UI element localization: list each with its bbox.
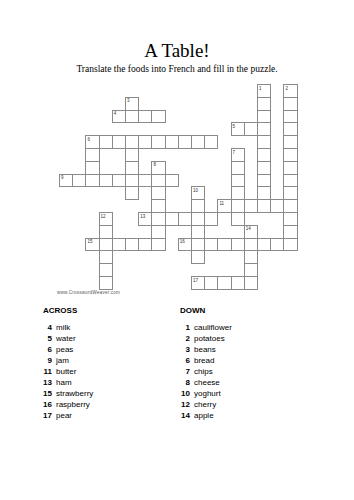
grid-cell-r4c2[interactable]: 6 [85, 135, 99, 149]
clue-row-9: 9jam [38, 356, 93, 367]
cell-number: 7 [233, 150, 236, 155]
clue-text: peas [56, 345, 73, 354]
clue-row-3: 3beans [174, 345, 232, 356]
grid-cell-r12c13[interactable] [231, 238, 245, 252]
grid-cell-r10c17[interactable] [283, 212, 297, 226]
grid-cell-r12c3[interactable] [99, 238, 113, 252]
grid-cell-r6c5[interactable] [125, 161, 139, 175]
clue-number: 6 [174, 356, 190, 365]
clue-row-1: 1cauliflower [174, 323, 232, 334]
clue-row-12: 12cherry [174, 400, 232, 411]
grid-cell-r7c6[interactable] [138, 174, 152, 188]
cell-number: 1 [259, 86, 262, 91]
grid-cell-r3c15[interactable] [257, 122, 271, 136]
grid-cell-r14c3[interactable] [99, 263, 113, 277]
grid-cell-r5c5[interactable] [125, 148, 139, 162]
grid-cell-r9c7[interactable] [151, 199, 165, 213]
grid-cell-r13c3[interactable] [99, 250, 113, 264]
grid-cell-r7c1[interactable] [72, 174, 86, 188]
cell-number: 13 [140, 214, 145, 219]
grid-cell-r1c5[interactable]: 3 [125, 97, 139, 111]
down-header: DOWN [180, 306, 205, 315]
clue-text: cheese [194, 378, 220, 387]
grid-cell-r2c7[interactable] [151, 110, 165, 124]
cell-number: 3 [127, 98, 130, 103]
grid-cell-r3c13[interactable]: 5 [231, 122, 245, 136]
clue-number: 4 [38, 323, 52, 332]
grid-cell-r10c6[interactable]: 13 [138, 212, 152, 226]
grid-cell-r9c17[interactable] [283, 199, 297, 213]
clue-number: 2 [174, 334, 190, 343]
grid-cell-r4c15[interactable] [257, 135, 271, 149]
grid-cell-r9c16[interactable] [270, 199, 284, 213]
grid-cell-r4c3[interactable] [99, 135, 113, 149]
grid-cell-r4c4[interactable] [112, 135, 126, 149]
grid-cell-r2c15[interactable] [257, 110, 271, 124]
clue-text: raspberry [56, 400, 90, 409]
grid-cell-r12c15[interactable] [257, 238, 271, 252]
clue-text: jam [56, 356, 69, 365]
grid-cell-r12c12[interactable] [217, 238, 231, 252]
clue-text: yoghurt [194, 389, 221, 398]
grid-cell-r9c12[interactable]: 11 [217, 199, 231, 213]
cell-number: 2 [285, 86, 288, 91]
clue-row-16: 16raspberry [38, 400, 93, 411]
grid-cell-r10c13[interactable] [231, 212, 245, 226]
grid-cell-r2c17[interactable] [283, 110, 297, 124]
clue-text: ham [56, 378, 72, 387]
grid-cell-r10c9[interactable] [178, 212, 192, 226]
clue-number: 13 [38, 378, 52, 387]
grid-cell-r7c2[interactable] [85, 174, 99, 188]
grid-cell-r1c17[interactable] [283, 97, 297, 111]
down-clue-list: 1cauliflower2potatoes3beans6bread7chips8… [174, 323, 232, 422]
clue-text: strawberry [56, 389, 93, 398]
cell-number: 6 [87, 137, 90, 142]
cell-number: 11 [219, 201, 224, 206]
grid-cell-r13c10[interactable] [191, 250, 205, 264]
grid-cell-r7c13[interactable] [231, 174, 245, 188]
clue-row-13: 13ham [38, 378, 93, 389]
clue-row-6: 6bread [174, 356, 232, 367]
grid-cell-r8c15[interactable] [257, 186, 271, 200]
grid-cell-r4c8[interactable] [165, 135, 179, 149]
grid-cell-r10c3[interactable]: 12 [99, 212, 113, 226]
grid-cell-r6c7[interactable]: 8 [151, 161, 165, 175]
grid-cell-r15c3[interactable] [99, 276, 113, 290]
grid-cell-r7c8[interactable] [165, 174, 179, 188]
grid-cell-r7c3[interactable] [99, 174, 113, 188]
clue-row-5: 5water [38, 334, 93, 345]
clue-number: 9 [38, 356, 52, 365]
clue-number: 8 [174, 378, 190, 387]
grid-cell-r11c14[interactable]: 14 [244, 225, 258, 239]
cell-number: 14 [246, 226, 251, 231]
clue-row-6: 6peas [38, 345, 93, 356]
grid-cell-r15c13[interactable] [231, 276, 245, 290]
grid-cell-r8c17[interactable] [283, 186, 297, 200]
grid-cell-r11c7[interactable] [151, 225, 165, 239]
cell-number: 16 [180, 239, 185, 244]
grid-cell-r5c2[interactable] [85, 148, 99, 162]
clue-number: 6 [38, 345, 52, 354]
grid-cell-r12c5[interactable] [125, 238, 139, 252]
grid-cell-r6c17[interactable] [283, 161, 297, 175]
grid-cell-r3c17[interactable] [283, 122, 297, 136]
grid-cell-r4c10[interactable] [191, 135, 205, 149]
grid-cell-r11c17[interactable] [283, 225, 297, 239]
across-clue-list: 4milk5water6peas9jam11butter13ham15straw… [38, 323, 93, 422]
clue-number: 1 [174, 323, 190, 332]
clue-row-7: 7chips [174, 367, 232, 378]
puzzle-title: A Table! [0, 40, 354, 62]
clue-number: 11 [38, 367, 52, 376]
grid-cell-r10c11[interactable] [204, 212, 218, 226]
grid-cell-r0c15[interactable]: 1 [257, 84, 271, 98]
clue-row-10: 10yoghurt [174, 389, 232, 400]
grid-cell-r12c10[interactable] [191, 238, 205, 252]
watermark-text: www.CrosswordWeaver.com [57, 290, 120, 295]
grid-cell-r15c14[interactable] [244, 276, 258, 290]
grid-cell-r9c15[interactable] [257, 199, 271, 213]
grid-cell-r4c6[interactable] [138, 135, 152, 149]
grid-cell-r12c16[interactable] [270, 238, 284, 252]
grid-cell-r0c17[interactable]: 2 [283, 84, 297, 98]
grid-cell-r8c7[interactable] [151, 186, 165, 200]
grid-cell-r2c5[interactable] [125, 110, 139, 124]
clue-text: chips [194, 367, 213, 376]
grid-cell-r5c15[interactable] [257, 148, 271, 162]
clue-text: water [56, 334, 76, 343]
grid-cell-r7c15[interactable] [257, 174, 271, 188]
clue-row-8: 8cheese [174, 378, 232, 389]
clue-row-2: 2potatoes [174, 334, 232, 345]
grid-cell-r4c5[interactable] [125, 135, 139, 149]
clue-text: beans [194, 345, 216, 354]
clue-number: 10 [174, 389, 190, 398]
grid-cell-r10c10[interactable] [191, 212, 205, 226]
grid-cell-r8c10[interactable]: 10 [191, 186, 205, 200]
grid-cell-r12c14[interactable] [244, 238, 258, 252]
clue-text: apple [194, 411, 214, 420]
grid-cell-r11c3[interactable] [99, 225, 113, 239]
grid-cell-r15c10[interactable]: 17 [191, 276, 205, 290]
clue-number: 15 [38, 389, 52, 398]
grid-cell-r15c12[interactable] [217, 276, 231, 290]
grid-cell-r3c14[interactable] [244, 122, 258, 136]
grid-cell-r12c17[interactable] [283, 238, 297, 252]
clue-number: 12 [174, 400, 190, 409]
crossword-grid: 1234567891011121314151617 [59, 84, 298, 290]
grid-cell-r5c13[interactable]: 7 [231, 148, 245, 162]
grid-cell-r2c4[interactable]: 4 [112, 110, 126, 124]
cell-number: 9 [61, 175, 64, 180]
grid-cell-r6c2[interactable] [85, 161, 99, 175]
grid-cell-r12c11[interactable] [204, 238, 218, 252]
cell-number: 12 [101, 214, 106, 219]
clue-number: 7 [174, 367, 190, 376]
grid-cell-r7c5[interactable] [125, 174, 139, 188]
grid-cell-r7c17[interactable] [283, 174, 297, 188]
grid-cell-r1c15[interactable] [257, 97, 271, 111]
grid-cell-r8c13[interactable] [231, 186, 245, 200]
grid-cell-r4c9[interactable] [178, 135, 192, 149]
cell-number: 4 [114, 111, 117, 116]
clue-number: 3 [174, 345, 190, 354]
clue-text: pear [56, 411, 72, 420]
clue-number: 16 [38, 400, 52, 409]
grid-cell-r13c14[interactable] [244, 250, 258, 264]
cell-number: 8 [153, 162, 156, 167]
grid-cell-r9c10[interactable] [191, 199, 205, 213]
puzzle-subtitle: Translate the foods into French and fill… [0, 64, 354, 74]
grid-cell-r14c14[interactable] [244, 263, 258, 277]
across-header: ACROSS [43, 306, 77, 315]
clue-text: bread [194, 356, 214, 365]
grid-cell-r2c6[interactable] [138, 110, 152, 124]
grid-cell-r10c8[interactable] [165, 212, 179, 226]
grid-cell-r8c5[interactable] [125, 186, 139, 200]
clue-number: 14 [174, 411, 190, 420]
clue-text: cherry [194, 400, 216, 409]
grid-cell-r4c17[interactable] [283, 135, 297, 149]
clue-row-15: 15strawberry [38, 389, 93, 400]
grid-cell-r9c14[interactable] [244, 199, 258, 213]
grid-cell-r12c6[interactable] [138, 238, 152, 252]
grid-cell-r7c7[interactable] [151, 174, 165, 188]
grid-cell-r12c2[interactable]: 15 [85, 238, 99, 252]
cell-number: 17 [193, 278, 198, 283]
grid-cell-r5c17[interactable] [283, 148, 297, 162]
clue-row-4: 4milk [38, 323, 93, 334]
clue-row-14: 14apple [174, 411, 232, 422]
cell-number: 5 [233, 124, 236, 129]
grid-cell-r7c0[interactable]: 9 [59, 174, 73, 188]
grid-cell-r12c7[interactable] [151, 238, 165, 252]
grid-cell-r9c13[interactable] [231, 199, 245, 213]
grid-cell-r4c7[interactable] [151, 135, 165, 149]
grid-cell-r12c9[interactable]: 16 [178, 238, 192, 252]
grid-cell-r15c11[interactable] [204, 276, 218, 290]
clue-text: cauliflower [194, 323, 232, 332]
grid-cell-r7c4[interactable] [112, 174, 126, 188]
grid-cell-r4c11[interactable] [204, 135, 218, 149]
grid-cell-r6c13[interactable] [231, 161, 245, 175]
clue-number: 5 [38, 334, 52, 343]
clue-text: potatoes [194, 334, 225, 343]
grid-cell-r10c7[interactable] [151, 212, 165, 226]
clue-text: milk [56, 323, 70, 332]
clue-row-17: 17pear [38, 411, 93, 422]
grid-cell-r12c4[interactable] [112, 238, 126, 252]
grid-cell-r6c15[interactable] [257, 161, 271, 175]
cell-number: 15 [87, 239, 92, 244]
clue-number: 17 [38, 411, 52, 420]
clue-text: butter [56, 367, 76, 376]
grid-cell-r11c10[interactable] [191, 225, 205, 239]
cell-number: 10 [193, 188, 198, 193]
clue-row-11: 11butter [38, 367, 93, 378]
